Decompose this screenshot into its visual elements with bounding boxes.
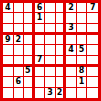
given-digit: 7 <box>37 56 43 64</box>
given-digit: 5 <box>79 46 85 54</box>
cell-r9c5[interactable]: 3 <box>45 88 56 98</box>
cell-r9c6[interactable]: 2 <box>56 88 67 98</box>
cell-r1c3[interactable] <box>24 3 35 13</box>
given-digit: 2 <box>57 89 63 97</box>
cell-r2c9[interactable] <box>87 13 98 23</box>
cell-r9c1[interactable] <box>3 88 14 98</box>
cell-r3c9[interactable] <box>87 24 98 35</box>
cell-r3c2[interactable] <box>14 24 25 35</box>
cell-r7c3[interactable]: 5 <box>24 67 35 77</box>
cell-r8c5[interactable] <box>45 77 56 87</box>
given-digit: 1 <box>37 14 43 22</box>
cell-r4c1[interactable]: 9 <box>3 35 14 45</box>
given-digit: 6 <box>37 4 43 12</box>
given-digit: 6 <box>16 78 22 86</box>
cell-r6c3[interactable] <box>24 56 35 67</box>
cell-r4c5[interactable] <box>45 35 56 45</box>
cell-r1c8[interactable] <box>77 3 88 13</box>
cell-r5c6[interactable] <box>56 45 67 55</box>
cell-r6c5[interactable] <box>45 56 56 67</box>
cell-r3c3[interactable] <box>24 24 35 35</box>
cell-r6c9[interactable] <box>87 56 98 67</box>
cell-r5c5[interactable] <box>45 45 56 55</box>
cell-r3c8[interactable] <box>77 24 88 35</box>
cell-r8c6[interactable] <box>56 77 67 87</box>
cell-r6c4[interactable]: 7 <box>35 56 46 67</box>
cell-r8c4[interactable] <box>35 77 46 87</box>
cell-r5c7[interactable]: 4 <box>66 45 77 55</box>
cell-r3c5[interactable] <box>45 24 56 35</box>
cell-r1c5[interactable] <box>45 3 56 13</box>
cell-r6c8[interactable] <box>77 56 88 67</box>
cell-r4c8[interactable] <box>77 35 88 45</box>
given-digit: 4 <box>5 4 11 12</box>
cell-r4c9[interactable] <box>87 35 98 45</box>
cell-r7c5[interactable] <box>45 67 56 77</box>
cell-r3c6[interactable] <box>56 24 67 35</box>
cell-r8c3[interactable] <box>24 77 35 87</box>
cell-r6c2[interactable] <box>14 56 25 67</box>
given-digit: 3 <box>47 89 53 97</box>
cell-r8c9[interactable] <box>87 77 98 87</box>
cell-r8c7[interactable] <box>66 77 77 87</box>
cell-r3c1[interactable] <box>3 24 14 35</box>
given-digit: 7 <box>90 4 96 12</box>
given-digit: 5 <box>25 67 31 75</box>
cell-r2c4[interactable]: 1 <box>35 13 46 23</box>
cell-r5c3[interactable] <box>24 45 35 55</box>
cell-r7c1[interactable] <box>3 67 14 77</box>
cell-r9c4[interactable] <box>35 88 46 98</box>
sudoku-board: 46271392457586132 <box>0 0 101 101</box>
cell-r9c8[interactable] <box>77 88 88 98</box>
cell-r3c7[interactable]: 3 <box>66 24 77 35</box>
cell-r1c4[interactable]: 6 <box>35 3 46 13</box>
cell-r5c2[interactable] <box>14 45 25 55</box>
cell-r9c2[interactable] <box>14 88 25 98</box>
cell-r6c6[interactable] <box>56 56 67 67</box>
cell-r7c2[interactable] <box>14 67 25 77</box>
cell-r5c1[interactable] <box>3 45 14 55</box>
cell-r7c7[interactable] <box>66 67 77 77</box>
cell-r6c7[interactable] <box>66 56 77 67</box>
cell-r1c1[interactable]: 4 <box>3 3 14 13</box>
cell-r7c8[interactable]: 8 <box>77 67 88 77</box>
given-digit: 4 <box>68 46 74 54</box>
cell-r4c2[interactable]: 2 <box>14 35 25 45</box>
cell-r7c4[interactable] <box>35 67 46 77</box>
cell-r8c2[interactable]: 6 <box>14 77 25 87</box>
cell-r9c3[interactable] <box>24 88 35 98</box>
given-digit: 9 <box>5 36 11 44</box>
given-digit: 3 <box>68 24 74 32</box>
cell-r1c7[interactable]: 2 <box>66 3 77 13</box>
given-digit: 1 <box>79 78 85 86</box>
cell-r2c2[interactable] <box>14 13 25 23</box>
cell-r4c3[interactable] <box>24 35 35 45</box>
given-digit: 2 <box>16 36 22 44</box>
cell-r9c7[interactable] <box>66 88 77 98</box>
cell-r1c6[interactable] <box>56 3 67 13</box>
cell-r4c6[interactable] <box>56 35 67 45</box>
cell-r5c8[interactable]: 5 <box>77 45 88 55</box>
cell-r2c1[interactable] <box>3 13 14 23</box>
cell-r2c3[interactable] <box>24 13 35 23</box>
cell-r8c1[interactable] <box>3 77 14 87</box>
cell-r2c8[interactable] <box>77 13 88 23</box>
cell-r8c8[interactable]: 1 <box>77 77 88 87</box>
cell-r7c6[interactable] <box>56 67 67 77</box>
given-digit: 8 <box>79 67 85 75</box>
cell-r4c4[interactable] <box>35 35 46 45</box>
cell-r1c9[interactable]: 7 <box>87 3 98 13</box>
cell-r9c9[interactable] <box>87 88 98 98</box>
cell-r2c6[interactable] <box>56 13 67 23</box>
cell-r2c5[interactable] <box>45 13 56 23</box>
cell-r6c1[interactable] <box>3 56 14 67</box>
given-digit: 2 <box>68 4 74 12</box>
cell-r5c9[interactable] <box>87 45 98 55</box>
cell-r7c9[interactable] <box>87 67 98 77</box>
cell-r3c4[interactable] <box>35 24 46 35</box>
cell-r1c2[interactable] <box>14 3 25 13</box>
cell-r4c7[interactable] <box>66 35 77 45</box>
